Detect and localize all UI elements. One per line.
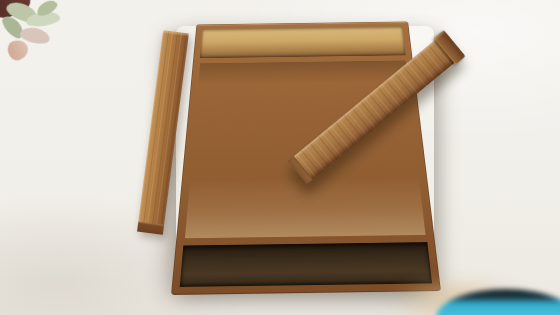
top-piece-tray <box>200 26 406 58</box>
bottom-piece-tray <box>180 242 432 287</box>
scene <box>0 0 560 315</box>
